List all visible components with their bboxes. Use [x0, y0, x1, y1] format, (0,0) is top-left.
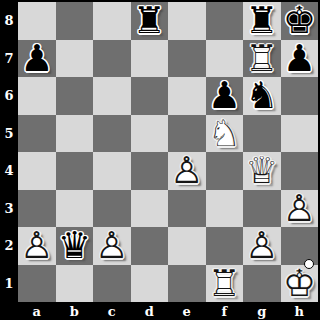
piece-black-pawn-h7[interactable]: ♟ [281, 40, 319, 78]
square-e1[interactable] [168, 265, 206, 303]
square-c2[interactable]: ♟♙ [93, 227, 131, 265]
square-b6[interactable] [56, 77, 94, 115]
piece-white-pawn-e4[interactable]: ♟♙ [168, 152, 206, 190]
piece-white-knight-f5[interactable]: ♞♘ [206, 115, 244, 153]
square-f2[interactable] [206, 227, 244, 265]
square-h4[interactable] [281, 152, 319, 190]
piece-white-king-h1[interactable]: ♚♔ [281, 265, 319, 303]
black-rook-glyph: ♜ [243, 2, 281, 40]
square-b7[interactable] [56, 40, 94, 78]
square-a5[interactable] [18, 115, 56, 153]
white-pawn-outline-glyph: ♙ [168, 152, 206, 190]
square-a1[interactable] [18, 265, 56, 303]
file-label-c: c [93, 302, 131, 320]
square-e4[interactable]: ♟♙ [168, 152, 206, 190]
square-g5[interactable] [243, 115, 281, 153]
square-d3[interactable] [131, 190, 169, 228]
square-b2[interactable]: ♛ [56, 227, 94, 265]
piece-black-pawn-f6[interactable]: ♟ [206, 77, 244, 115]
square-h2[interactable] [281, 227, 319, 265]
rank-label-3: 3 [0, 190, 18, 228]
square-f3[interactable] [206, 190, 244, 228]
black-rook-glyph: ♜ [131, 2, 169, 40]
square-g4[interactable]: ♛♕ [243, 152, 281, 190]
square-c3[interactable] [93, 190, 131, 228]
black-king-glyph: ♚ [281, 2, 319, 40]
square-e3[interactable] [168, 190, 206, 228]
white-rook-fill-glyph: ♜ [206, 265, 244, 303]
rank-label-6: 6 [0, 77, 18, 115]
file-label-g: g [243, 302, 281, 320]
piece-black-rook-g8[interactable]: ♜ [243, 2, 281, 40]
square-e8[interactable] [168, 2, 206, 40]
square-a7[interactable]: ♟ [18, 40, 56, 78]
square-e6[interactable] [168, 77, 206, 115]
black-queen-glyph: ♛ [56, 227, 94, 265]
square-d1[interactable] [131, 265, 169, 303]
square-c8[interactable] [93, 2, 131, 40]
square-h8[interactable]: ♚ [281, 2, 319, 40]
square-c5[interactable] [93, 115, 131, 153]
piece-white-rook-f1[interactable]: ♜♖ [206, 265, 244, 303]
square-g6[interactable]: ♞ [243, 77, 281, 115]
square-a2[interactable]: ♟♙ [18, 227, 56, 265]
chess-diagram: 87654321 ♜♜♚♟♜♖♟♟♞♞♘♟♙♛♕♟♙♟♙♛♟♙♟♙♜♖♚♔ ab… [0, 0, 320, 320]
piece-white-pawn-a2[interactable]: ♟♙ [18, 227, 56, 265]
board-grid: ♜♜♚♟♜♖♟♟♞♞♘♟♙♛♕♟♙♟♙♛♟♙♟♙♜♖♚♔ [18, 2, 318, 302]
file-label-e: e [168, 302, 206, 320]
square-g7[interactable]: ♜♖ [243, 40, 281, 78]
square-e2[interactable] [168, 227, 206, 265]
file-label-d: d [131, 302, 169, 320]
square-b5[interactable] [56, 115, 94, 153]
square-c6[interactable] [93, 77, 131, 115]
white-knight-outline-glyph: ♘ [206, 115, 244, 153]
white-pawn-fill-glyph: ♟ [243, 227, 281, 265]
white-rook-fill-glyph: ♜ [243, 40, 281, 78]
white-rook-outline-glyph: ♖ [206, 265, 244, 303]
square-f1[interactable]: ♜♖ [206, 265, 244, 303]
piece-black-queen-b2[interactable]: ♛ [56, 227, 94, 265]
square-d2[interactable] [131, 227, 169, 265]
square-f7[interactable] [206, 40, 244, 78]
square-h5[interactable] [281, 115, 319, 153]
white-pawn-fill-glyph: ♟ [93, 227, 131, 265]
rank-label-5: 5 [0, 115, 18, 153]
square-e5[interactable] [168, 115, 206, 153]
piece-white-rook-g7[interactable]: ♜♖ [243, 40, 281, 78]
white-pawn-outline-glyph: ♙ [281, 190, 319, 228]
rank-label-4: 4 [0, 152, 18, 190]
black-pawn-glyph: ♟ [206, 77, 244, 115]
piece-white-pawn-h3[interactable]: ♟♙ [281, 190, 319, 228]
piece-black-king-h8[interactable]: ♚ [281, 2, 319, 40]
square-b3[interactable] [56, 190, 94, 228]
square-g2[interactable]: ♟♙ [243, 227, 281, 265]
rank-label-7: 7 [0, 40, 18, 78]
square-f6[interactable]: ♟ [206, 77, 244, 115]
square-a6[interactable] [18, 77, 56, 115]
square-h6[interactable] [281, 77, 319, 115]
white-pawn-outline-glyph: ♙ [18, 227, 56, 265]
square-h3[interactable]: ♟♙ [281, 190, 319, 228]
file-labels: abcdefgh [18, 302, 318, 320]
square-a3[interactable] [18, 190, 56, 228]
square-e7[interactable] [168, 40, 206, 78]
square-b4[interactable] [56, 152, 94, 190]
piece-black-pawn-a7[interactable]: ♟ [18, 40, 56, 78]
rank-label-8: 8 [0, 2, 18, 40]
square-b1[interactable] [56, 265, 94, 303]
rank-label-2: 2 [0, 227, 18, 265]
square-g8[interactable]: ♜ [243, 2, 281, 40]
white-pawn-outline-glyph: ♙ [93, 227, 131, 265]
piece-black-knight-g6[interactable]: ♞ [243, 77, 281, 115]
white-knight-fill-glyph: ♞ [206, 115, 244, 153]
black-pawn-glyph: ♟ [281, 40, 319, 78]
square-d7[interactable] [131, 40, 169, 78]
file-label-f: f [206, 302, 244, 320]
white-queen-outline-glyph: ♕ [243, 152, 281, 190]
piece-black-rook-d8[interactable]: ♜ [131, 2, 169, 40]
rank-label-1: 1 [0, 265, 18, 303]
square-f4[interactable] [206, 152, 244, 190]
square-g3[interactable] [243, 190, 281, 228]
square-c1[interactable] [93, 265, 131, 303]
square-d8[interactable]: ♜ [131, 2, 169, 40]
black-pawn-glyph: ♟ [18, 40, 56, 78]
black-knight-glyph: ♞ [243, 77, 281, 115]
square-d6[interactable] [131, 77, 169, 115]
white-king-fill-glyph: ♚ [281, 265, 319, 303]
rank-labels: 87654321 [0, 2, 18, 302]
square-a4[interactable] [18, 152, 56, 190]
white-queen-fill-glyph: ♛ [243, 152, 281, 190]
piece-white-pawn-g2[interactable]: ♟♙ [243, 227, 281, 265]
square-g1[interactable] [243, 265, 281, 303]
white-rook-outline-glyph: ♖ [243, 40, 281, 78]
white-pawn-fill-glyph: ♟ [168, 152, 206, 190]
white-to-move-indicator [304, 259, 314, 269]
square-h1[interactable]: ♚♔ [281, 265, 319, 303]
piece-white-queen-g4[interactable]: ♛♕ [243, 152, 281, 190]
file-label-h: h [281, 302, 319, 320]
piece-white-pawn-c2[interactable]: ♟♙ [93, 227, 131, 265]
square-d4[interactable] [131, 152, 169, 190]
white-pawn-fill-glyph: ♟ [18, 227, 56, 265]
white-king-outline-glyph: ♔ [281, 265, 319, 303]
square-h7[interactable]: ♟ [281, 40, 319, 78]
square-b8[interactable] [56, 2, 94, 40]
square-d5[interactable] [131, 115, 169, 153]
white-pawn-outline-glyph: ♙ [243, 227, 281, 265]
square-a8[interactable] [18, 2, 56, 40]
file-label-b: b [56, 302, 94, 320]
square-c4[interactable] [93, 152, 131, 190]
square-f8[interactable] [206, 2, 244, 40]
square-f5[interactable]: ♞♘ [206, 115, 244, 153]
white-pawn-fill-glyph: ♟ [281, 190, 319, 228]
file-label-a: a [18, 302, 56, 320]
square-c7[interactable] [93, 40, 131, 78]
